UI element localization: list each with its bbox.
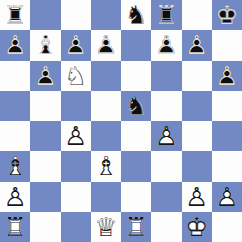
square-h4[interactable] (212, 121, 242, 151)
square-e6[interactable] (121, 61, 151, 91)
piece-glyph-fill: ♝ (30, 30, 60, 60)
piece-white-bishop[interactable]: ♝♗ (91, 151, 121, 181)
piece-glyph-fill: ♝ (0, 151, 30, 181)
square-b7[interactable]: ♝♗ (30, 30, 60, 60)
piece-glyph-fill: ♟ (182, 182, 212, 212)
square-e3[interactable] (121, 151, 151, 181)
piece-glyph-fill: ♟ (0, 182, 30, 212)
piece-white-rook[interactable]: ♜♖ (121, 212, 151, 242)
piece-white-pawn[interactable]: ♟♙ (182, 182, 212, 212)
square-f1[interactable] (151, 212, 181, 242)
square-b1[interactable] (30, 212, 60, 242)
square-b4[interactable] (30, 121, 60, 151)
piece-glyph-fill: ♛ (91, 212, 121, 242)
square-g7[interactable]: ♟♙ (182, 30, 212, 60)
square-f8[interactable]: ♜♖ (151, 0, 181, 30)
piece-glyph-outline: ♙ (182, 30, 212, 60)
square-g6[interactable] (182, 61, 212, 91)
piece-glyph-outline: ♗ (0, 151, 30, 181)
piece-glyph-outline: ♙ (61, 30, 91, 60)
square-a1[interactable]: ♜♖ (0, 212, 30, 242)
square-c4[interactable]: ♟♙ (61, 121, 91, 151)
piece-glyph-outline: ♙ (212, 61, 242, 91)
piece-glyph-fill: ♞ (121, 91, 151, 121)
square-d4[interactable] (91, 121, 121, 151)
square-h3[interactable] (212, 151, 242, 181)
square-g1[interactable]: ♚♔ (182, 212, 212, 242)
piece-black-pawn[interactable]: ♟♙ (182, 30, 212, 60)
square-h6[interactable]: ♟♙ (212, 61, 242, 91)
square-c6[interactable]: ♞♘ (61, 61, 91, 91)
piece-glyph-outline: ♗ (91, 151, 121, 181)
square-a6[interactable] (0, 61, 30, 91)
square-g2[interactable]: ♟♙ (182, 182, 212, 212)
square-f4[interactable]: ♟♙ (151, 121, 181, 151)
piece-glyph-outline: ♙ (0, 30, 30, 60)
piece-glyph-outline: ♙ (0, 182, 30, 212)
piece-glyph-outline: ♔ (212, 0, 242, 30)
square-b6[interactable]: ♟♙ (30, 61, 60, 91)
square-c2[interactable] (61, 182, 91, 212)
piece-glyph-outline: ♖ (0, 212, 30, 242)
piece-black-pawn[interactable]: ♟♙ (151, 30, 181, 60)
piece-white-rook[interactable]: ♜♖ (0, 212, 30, 242)
square-d3[interactable]: ♝♗ (91, 151, 121, 181)
piece-glyph-outline: ♙ (151, 121, 181, 151)
piece-glyph-fill: ♟ (212, 182, 242, 212)
piece-black-knight[interactable]: ♞♘ (121, 91, 151, 121)
piece-glyph-fill: ♟ (61, 30, 91, 60)
piece-white-king[interactable]: ♚♔ (182, 212, 212, 242)
piece-black-knight[interactable]: ♞♘ (121, 0, 151, 30)
square-c3[interactable] (61, 151, 91, 181)
square-f5[interactable] (151, 91, 181, 121)
piece-glyph-fill: ♜ (151, 0, 181, 30)
square-d1[interactable]: ♛♕ (91, 212, 121, 242)
square-c7[interactable]: ♟♙ (61, 30, 91, 60)
square-f3[interactable] (151, 151, 181, 181)
square-d2[interactable] (91, 182, 121, 212)
square-f2[interactable] (151, 182, 181, 212)
square-h7[interactable] (212, 30, 242, 60)
square-d5[interactable] (91, 91, 121, 121)
piece-black-pawn[interactable]: ♟♙ (0, 30, 30, 60)
piece-glyph-fill: ♟ (151, 121, 181, 151)
square-b3[interactable] (30, 151, 60, 181)
piece-white-pawn[interactable]: ♟♙ (212, 182, 242, 212)
piece-glyph-fill: ♟ (0, 30, 30, 60)
piece-glyph-fill: ♞ (61, 61, 91, 91)
square-d6[interactable] (91, 61, 121, 91)
piece-glyph-outline: ♕ (91, 212, 121, 242)
piece-glyph-fill: ♞ (121, 0, 151, 30)
square-g5[interactable] (182, 91, 212, 121)
piece-black-pawn[interactable]: ♟♙ (30, 61, 60, 91)
square-a5[interactable] (0, 91, 30, 121)
square-b8[interactable] (30, 0, 60, 30)
piece-glyph-outline: ♘ (121, 91, 151, 121)
piece-glyph-fill: ♜ (0, 212, 30, 242)
piece-glyph-outline: ♘ (121, 0, 151, 30)
square-e1[interactable]: ♜♖ (121, 212, 151, 242)
piece-glyph-fill: ♟ (30, 61, 60, 91)
square-a2[interactable]: ♟♙ (0, 182, 30, 212)
piece-black-king[interactable]: ♚♔ (212, 0, 242, 30)
square-e4[interactable] (121, 121, 151, 151)
square-e7[interactable] (121, 30, 151, 60)
square-e8[interactable]: ♞♘ (121, 0, 151, 30)
piece-glyph-fill: ♟ (212, 61, 242, 91)
piece-glyph-fill: ♚ (182, 212, 212, 242)
piece-glyph-outline: ♙ (151, 30, 181, 60)
square-c8[interactable] (61, 0, 91, 30)
piece-glyph-fill: ♟ (182, 30, 212, 60)
piece-glyph-outline: ♖ (151, 0, 181, 30)
square-c1[interactable] (61, 212, 91, 242)
square-a3[interactable]: ♝♗ (0, 151, 30, 181)
square-h2[interactable]: ♟♙ (212, 182, 242, 212)
square-h8[interactable]: ♚♔ (212, 0, 242, 30)
piece-glyph-fill: ♜ (0, 0, 30, 30)
piece-black-pawn[interactable]: ♟♙ (91, 30, 121, 60)
piece-white-knight[interactable]: ♞♘ (61, 61, 91, 91)
piece-white-queen[interactable]: ♛♕ (91, 212, 121, 242)
piece-black-pawn[interactable]: ♟♙ (212, 61, 242, 91)
square-g8[interactable] (182, 0, 212, 30)
square-d8[interactable] (91, 0, 121, 30)
piece-glyph-outline: ♙ (212, 182, 242, 212)
square-a8[interactable]: ♜♖ (0, 0, 30, 30)
piece-white-pawn[interactable]: ♟♙ (0, 182, 30, 212)
square-e2[interactable] (121, 182, 151, 212)
square-f6[interactable] (151, 61, 181, 91)
chess-board: ♜♖♞♘♜♖♚♔♟♙♝♗♟♙♟♙♟♙♟♙♟♙♞♘♟♙♞♘♟♙♟♙♝♗♝♗♟♙♟♙… (0, 0, 242, 242)
piece-glyph-outline: ♖ (0, 0, 30, 30)
square-d7[interactable]: ♟♙ (91, 30, 121, 60)
piece-glyph-outline: ♘ (61, 61, 91, 91)
piece-glyph-fill: ♟ (61, 121, 91, 151)
piece-glyph-outline: ♔ (182, 212, 212, 242)
piece-glyph-outline: ♙ (182, 182, 212, 212)
piece-white-pawn[interactable]: ♟♙ (151, 121, 181, 151)
piece-white-bishop[interactable]: ♝♗ (0, 151, 30, 181)
square-c5[interactable] (61, 91, 91, 121)
piece-glyph-outline: ♙ (91, 30, 121, 60)
square-g4[interactable] (182, 121, 212, 151)
square-a7[interactable]: ♟♙ (0, 30, 30, 60)
piece-glyph-outline: ♙ (30, 61, 60, 91)
piece-black-rook[interactable]: ♜♖ (151, 0, 181, 30)
piece-glyph-outline: ♙ (61, 121, 91, 151)
square-e5[interactable]: ♞♘ (121, 91, 151, 121)
square-h5[interactable] (212, 91, 242, 121)
piece-glyph-fill: ♟ (151, 30, 181, 60)
piece-glyph-fill: ♚ (212, 0, 242, 30)
square-a4[interactable] (0, 121, 30, 151)
piece-glyph-fill: ♜ (121, 212, 151, 242)
piece-glyph-fill: ♝ (91, 151, 121, 181)
piece-glyph-fill: ♟ (91, 30, 121, 60)
piece-glyph-outline: ♗ (30, 30, 60, 60)
square-g3[interactable] (182, 151, 212, 181)
piece-black-pawn[interactable]: ♟♙ (61, 30, 91, 60)
piece-glyph-outline: ♖ (121, 212, 151, 242)
square-b2[interactable] (30, 182, 60, 212)
piece-black-bishop[interactable]: ♝♗ (30, 30, 60, 60)
square-h1[interactable] (212, 212, 242, 242)
piece-black-rook[interactable]: ♜♖ (0, 0, 30, 30)
square-f7[interactable]: ♟♙ (151, 30, 181, 60)
square-b5[interactable] (30, 91, 60, 121)
piece-white-pawn[interactable]: ♟♙ (61, 121, 91, 151)
